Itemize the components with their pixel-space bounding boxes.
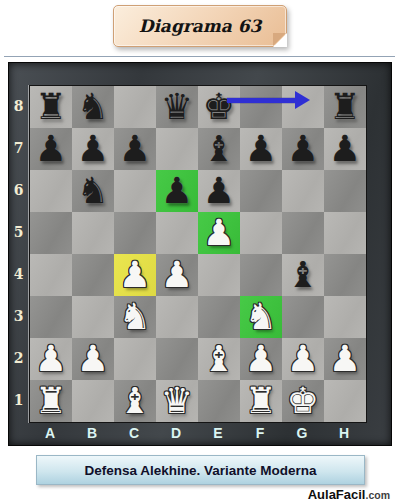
rank-label-2: 2 — [9, 337, 28, 379]
rank-label-6: 6 — [9, 169, 28, 211]
black-pawn: ♟ — [77, 128, 109, 170]
square-a6 — [30, 170, 72, 212]
black-bishop: ♝ — [203, 128, 235, 170]
square-f5 — [240, 212, 282, 254]
square-g2: ♟ — [282, 338, 324, 380]
square-b6: ♞ — [72, 170, 114, 212]
square-h6 — [324, 170, 366, 212]
black-pawn: ♟ — [35, 128, 67, 170]
square-b1 — [72, 380, 114, 422]
file-label-a: A — [29, 423, 71, 444]
diagram-title-tab: Diagrama 63 — [113, 5, 287, 47]
square-a4 — [30, 254, 72, 296]
black-queen: ♛ — [161, 86, 193, 128]
file-label-h: H — [323, 423, 365, 444]
white-pawn: ♟ — [287, 338, 319, 380]
black-pawn: ♟ — [161, 170, 193, 212]
black-knight: ♞ — [77, 170, 109, 212]
square-c6 — [114, 170, 156, 212]
square-c3: ♞ — [114, 296, 156, 338]
file-labels: ABCDEFGH — [29, 423, 365, 444]
square-e7: ♝ — [198, 128, 240, 170]
file-label-e: E — [197, 423, 239, 444]
square-f3: ♞ — [240, 296, 282, 338]
white-knight: ♞ — [119, 296, 151, 338]
file-label-f: F — [239, 423, 281, 444]
file-label-c: C — [113, 423, 155, 444]
black-pawn: ♟ — [287, 128, 319, 170]
square-d3 — [156, 296, 198, 338]
arrow-head-icon — [295, 91, 310, 109]
opening-caption-box: Defensa Alekhine. Variante Moderna — [36, 455, 365, 485]
white-bishop: ♝ — [119, 380, 151, 422]
square-b8: ♞ — [72, 86, 114, 128]
square-d6: ♟ — [156, 170, 198, 212]
square-g7: ♟ — [282, 128, 324, 170]
square-a3 — [30, 296, 72, 338]
rank-label-4: 4 — [9, 253, 28, 295]
square-b3 — [72, 296, 114, 338]
square-f7: ♟ — [240, 128, 282, 170]
opening-caption: Defensa Alekhine. Variante Moderna — [84, 463, 316, 478]
square-g5 — [282, 212, 324, 254]
square-a2: ♟ — [30, 338, 72, 380]
black-knight: ♞ — [77, 86, 109, 128]
square-h4 — [324, 254, 366, 296]
square-h8: ♜ — [324, 86, 366, 128]
square-d2 — [156, 338, 198, 380]
white-pawn: ♟ — [161, 254, 193, 296]
white-pawn: ♟ — [119, 254, 151, 296]
white-bishop: ♝ — [203, 338, 235, 380]
square-d4: ♟ — [156, 254, 198, 296]
square-f1: ♜ — [240, 380, 282, 422]
square-c7: ♟ — [114, 128, 156, 170]
white-queen: ♛ — [161, 380, 193, 422]
white-king: ♚ — [287, 380, 319, 422]
square-f2: ♟ — [240, 338, 282, 380]
castling-arrow — [227, 90, 310, 110]
square-a7: ♟ — [30, 128, 72, 170]
rank-labels: 87654321 — [9, 85, 28, 421]
square-e1 — [198, 380, 240, 422]
black-bishop: ♝ — [287, 254, 319, 296]
square-g6 — [282, 170, 324, 212]
file-label-d: D — [155, 423, 197, 444]
black-pawn: ♟ — [119, 128, 151, 170]
chess-board-frame: 87654321 ♜♞♛♚♜♟♟♟♝♟♟♟♞♟♟♟♟♟♝♞♞♟♟♝♟♟♟♜♝♛♜… — [8, 62, 392, 446]
square-a8: ♜ — [30, 86, 72, 128]
square-b4 — [72, 254, 114, 296]
square-c5 — [114, 212, 156, 254]
rank-label-7: 7 — [9, 127, 28, 169]
square-b2: ♟ — [72, 338, 114, 380]
square-f4 — [240, 254, 282, 296]
white-pawn: ♟ — [329, 338, 361, 380]
rank-label-1: 1 — [9, 379, 28, 421]
rank-label-3: 3 — [9, 295, 28, 337]
square-b7: ♟ — [72, 128, 114, 170]
square-g3 — [282, 296, 324, 338]
square-h5 — [324, 212, 366, 254]
square-d5 — [156, 212, 198, 254]
white-knight: ♞ — [245, 296, 277, 338]
square-d7 — [156, 128, 198, 170]
square-d1: ♛ — [156, 380, 198, 422]
chess-board: ♜♞♛♚♜♟♟♟♝♟♟♟♞♟♟♟♟♟♝♞♞♟♟♝♟♟♟♜♝♛♜♚ — [29, 85, 367, 423]
black-pawn: ♟ — [245, 128, 277, 170]
square-h2: ♟ — [324, 338, 366, 380]
square-c8 — [114, 86, 156, 128]
diagram-title: Diagrama 63 — [139, 16, 262, 36]
square-g1: ♚ — [282, 380, 324, 422]
square-d8: ♛ — [156, 86, 198, 128]
arrow-shaft — [227, 98, 295, 103]
white-rook: ♜ — [245, 380, 277, 422]
white-pawn: ♟ — [77, 338, 109, 380]
square-a5 — [30, 212, 72, 254]
square-c4: ♟ — [114, 254, 156, 296]
black-rook: ♜ — [329, 86, 361, 128]
square-c2 — [114, 338, 156, 380]
square-a1: ♜ — [30, 380, 72, 422]
rank-label-5: 5 — [9, 211, 28, 253]
square-e6: ♟ — [198, 170, 240, 212]
white-pawn: ♟ — [245, 338, 277, 380]
square-e2: ♝ — [198, 338, 240, 380]
page: Diagrama 63 87654321 ♜♞♛♚♜♟♟♟♝♟♟♟♞♟♟♟♟♟♝… — [0, 0, 399, 501]
black-pawn: ♟ — [329, 128, 361, 170]
site-watermark[interactable]: AulaFacil.com — [308, 485, 390, 501]
square-g4: ♝ — [282, 254, 324, 296]
square-c1: ♝ — [114, 380, 156, 422]
black-rook: ♜ — [35, 86, 67, 128]
white-pawn: ♟ — [35, 338, 67, 380]
square-h3 — [324, 296, 366, 338]
square-b5 — [72, 212, 114, 254]
black-pawn: ♟ — [203, 170, 235, 212]
white-rook: ♜ — [35, 380, 67, 422]
rank-label-8: 8 — [9, 85, 28, 127]
square-e4 — [198, 254, 240, 296]
white-pawn: ♟ — [203, 212, 235, 254]
brand-name[interactable]: AulaFacil — [308, 487, 366, 501]
square-h1 — [324, 380, 366, 422]
square-e3 — [198, 296, 240, 338]
file-label-g: G — [281, 423, 323, 444]
divider-line — [4, 56, 395, 57]
square-f6 — [240, 170, 282, 212]
brand-suffix[interactable]: .com — [365, 489, 390, 501]
square-e5: ♟ — [198, 212, 240, 254]
file-label-b: B — [71, 423, 113, 444]
square-h7: ♟ — [324, 128, 366, 170]
